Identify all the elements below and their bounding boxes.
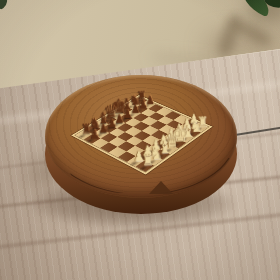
piece-light-rook: ♜ xyxy=(135,153,162,169)
chess-box-finger-notch xyxy=(149,181,173,194)
piece-dark-pawn: ♟ xyxy=(82,127,107,141)
scene-round-chess-set-photo: ♜♞♝♛♚♝♞♜♟♟♟♟♟♟♟♟♟♟♟♟♟♟♟♟♜♞♝♛♚♝♞♜ xyxy=(0,0,280,280)
square-a1: ♜ xyxy=(136,161,154,172)
